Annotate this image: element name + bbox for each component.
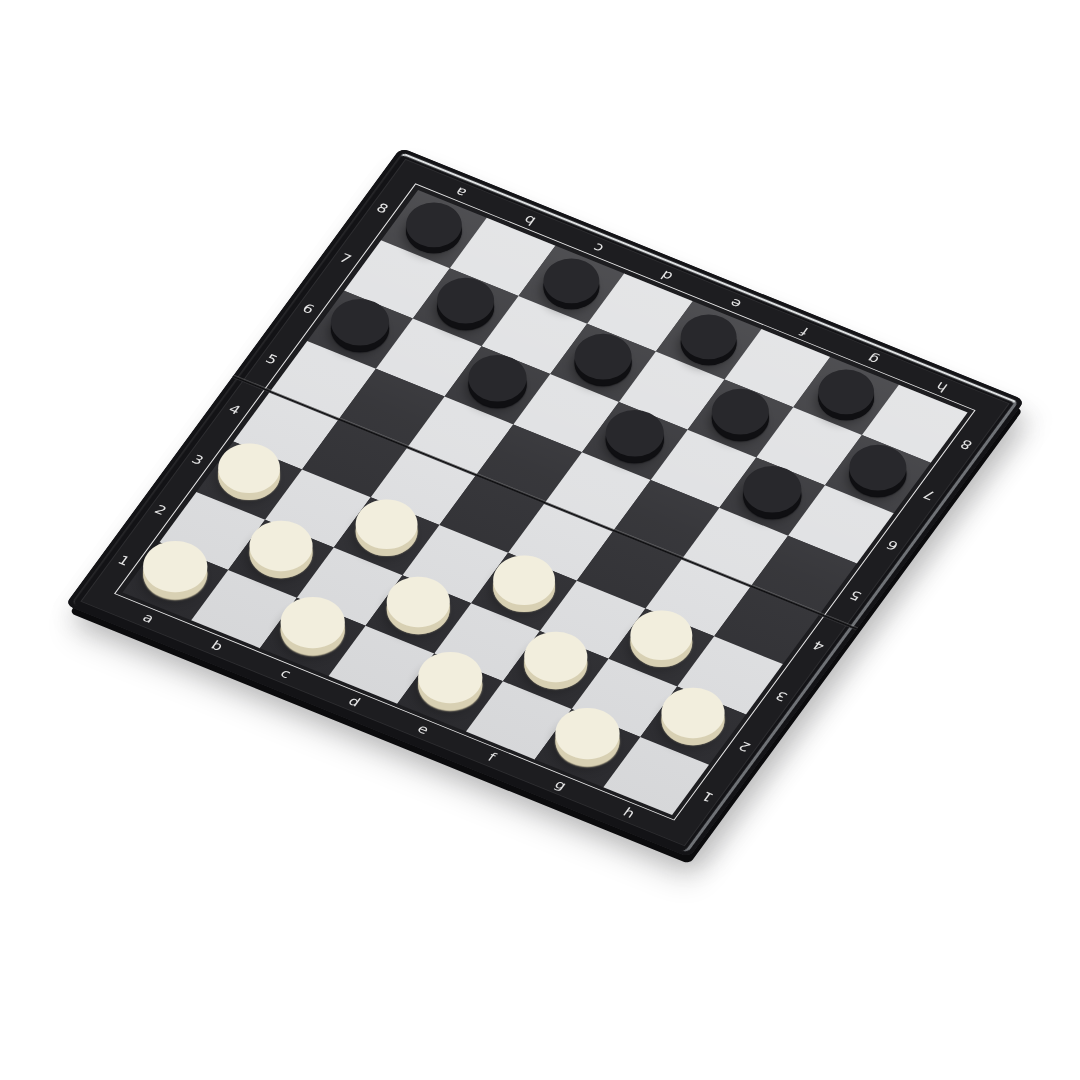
checker-glyph: ● xyxy=(708,378,773,438)
checker-black-e6[interactable]: ● xyxy=(602,390,669,466)
checker-black-c6[interactable]: ● xyxy=(464,335,531,411)
checker-glyph: ● xyxy=(382,562,454,628)
checker-glyph: ● xyxy=(739,454,806,515)
checker-white-f2[interactable]: ● xyxy=(520,610,592,693)
checker-glyph: ● xyxy=(602,398,669,459)
checker-glyph: ● xyxy=(539,246,603,305)
checker-glyph: ● xyxy=(139,527,212,594)
pieces-layer: ●●●●●●●●●●●●●●●●●●●●●●●● xyxy=(0,0,1080,1080)
checker-glyph: ● xyxy=(489,542,560,607)
checker-white-b2[interactable]: ● xyxy=(245,499,317,582)
checker-white-c3[interactable]: ● xyxy=(351,478,422,559)
checker-white-g3[interactable]: ● xyxy=(626,590,697,671)
checker-glyph: ● xyxy=(814,357,878,416)
checker-black-d7[interactable]: ● xyxy=(570,315,635,390)
checker-glyph: ● xyxy=(433,266,498,326)
checker-glyph: ● xyxy=(351,486,422,551)
checker-glyph: ● xyxy=(327,287,394,348)
checker-glyph: ● xyxy=(845,433,910,493)
checker-glyph: ● xyxy=(214,431,285,496)
checker-black-g6[interactable]: ● xyxy=(739,446,806,522)
checker-black-h7[interactable]: ● xyxy=(845,426,910,501)
checker-black-f7[interactable]: ● xyxy=(708,370,773,445)
checker-glyph: ● xyxy=(276,583,349,650)
product-photo-scene: 87654321 87654321 abcdefgh abcdefgh ●●●●… xyxy=(0,0,1080,1080)
checker-black-g8[interactable]: ● xyxy=(814,350,878,423)
checker-glyph: ● xyxy=(402,191,466,250)
checker-white-a3[interactable]: ● xyxy=(214,423,285,504)
checker-white-d2[interactable]: ● xyxy=(382,554,454,637)
checker-white-a1[interactable]: ● xyxy=(139,519,212,603)
checker-glyph: ● xyxy=(464,342,531,403)
checker-black-a6[interactable]: ● xyxy=(327,279,394,355)
checker-white-h2[interactable]: ● xyxy=(657,665,729,748)
checker-white-e1[interactable]: ● xyxy=(413,630,486,714)
checker-black-a8[interactable]: ● xyxy=(402,183,466,256)
checker-glyph: ● xyxy=(520,618,592,684)
checker-glyph: ● xyxy=(570,322,635,382)
checker-white-g1[interactable]: ● xyxy=(551,685,624,769)
checker-glyph: ● xyxy=(626,598,697,663)
checker-black-c8[interactable]: ● xyxy=(539,239,603,312)
checker-glyph: ● xyxy=(245,507,317,573)
checker-white-c1[interactable]: ● xyxy=(276,574,349,658)
checker-glyph: ● xyxy=(657,674,729,740)
checker-black-e8[interactable]: ● xyxy=(677,294,741,367)
checker-glyph: ● xyxy=(677,302,741,361)
checker-black-b7[interactable]: ● xyxy=(433,259,498,334)
checker-glyph: ● xyxy=(551,694,624,761)
checker-glyph: ● xyxy=(413,638,486,705)
checker-white-e3[interactable]: ● xyxy=(489,534,560,615)
